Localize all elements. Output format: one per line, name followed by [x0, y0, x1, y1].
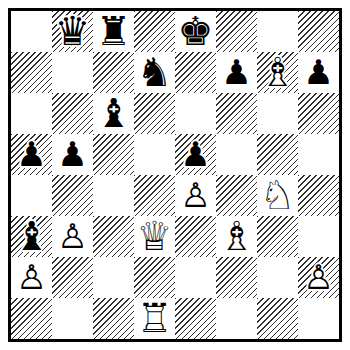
square-c2[interactable]: [93, 257, 134, 298]
square-b8[interactable]: ♛: [52, 11, 93, 52]
square-a3[interactable]: ♝: [11, 216, 52, 257]
white-piece-outline: ♖: [134, 298, 175, 339]
square-g4[interactable]: ♞♘: [257, 175, 298, 216]
square-f6[interactable]: [216, 93, 257, 134]
square-d1[interactable]: ♜♖: [134, 298, 175, 339]
square-h4[interactable]: [298, 175, 339, 216]
square-b7[interactable]: [52, 52, 93, 93]
chess-board: ♛♜♚♞♟♝♗♟♝♟♟♟♟♙♞♘♝♟♙♛♕♝♗♟♙♟♙♜♖: [11, 11, 339, 339]
square-h7[interactable]: ♟: [298, 52, 339, 93]
square-d8[interactable]: [134, 11, 175, 52]
black-pawn-h7[interactable]: ♟: [298, 52, 339, 93]
white-knight-g4[interactable]: ♞♘: [257, 175, 298, 216]
square-h3[interactable]: [298, 216, 339, 257]
square-c3[interactable]: [93, 216, 134, 257]
square-g6[interactable]: [257, 93, 298, 134]
square-c6[interactable]: ♝: [93, 93, 134, 134]
square-c1[interactable]: [93, 298, 134, 339]
square-h2[interactable]: ♟♙: [298, 257, 339, 298]
white-bishop-g7[interactable]: ♝♗: [257, 52, 298, 93]
square-b4[interactable]: [52, 175, 93, 216]
square-b5[interactable]: ♟: [52, 134, 93, 175]
white-piece-outline: ♗: [216, 216, 257, 257]
square-f7[interactable]: ♟: [216, 52, 257, 93]
square-b3[interactable]: ♟♙: [52, 216, 93, 257]
white-piece-outline: ♙: [175, 175, 216, 216]
square-b6[interactable]: [52, 93, 93, 134]
square-f1[interactable]: [216, 298, 257, 339]
black-king-e8[interactable]: ♚: [175, 11, 216, 52]
square-h8[interactable]: [298, 11, 339, 52]
square-d3[interactable]: ♛♕: [134, 216, 175, 257]
square-e3[interactable]: [175, 216, 216, 257]
chess-diagram-page: ♛♜♚♞♟♝♗♟♝♟♟♟♟♙♞♘♝♟♙♛♕♝♗♟♙♟♙♜♖: [0, 0, 350, 350]
black-rook-c8[interactable]: ♜: [93, 11, 134, 52]
white-rook-d1[interactable]: ♜♖: [134, 298, 175, 339]
square-e2[interactable]: [175, 257, 216, 298]
square-a6[interactable]: [11, 93, 52, 134]
square-f4[interactable]: [216, 175, 257, 216]
white-pawn-h2[interactable]: ♟♙: [298, 257, 339, 298]
black-queen-b8[interactable]: ♛: [52, 11, 93, 52]
square-d6[interactable]: [134, 93, 175, 134]
square-c8[interactable]: ♜: [93, 11, 134, 52]
square-g7[interactable]: ♝♗: [257, 52, 298, 93]
black-bishop-a3[interactable]: ♝: [11, 216, 52, 257]
square-a1[interactable]: [11, 298, 52, 339]
black-pawn-b5[interactable]: ♟: [52, 134, 93, 175]
square-a2[interactable]: ♟♙: [11, 257, 52, 298]
black-bishop-c6[interactable]: ♝: [93, 93, 134, 134]
square-f3[interactable]: ♝♗: [216, 216, 257, 257]
white-piece-outline: ♙: [52, 216, 93, 257]
square-f8[interactable]: [216, 11, 257, 52]
square-g1[interactable]: [257, 298, 298, 339]
square-h1[interactable]: [298, 298, 339, 339]
white-pawn-a2[interactable]: ♟♙: [11, 257, 52, 298]
black-pawn-e5[interactable]: ♟: [175, 134, 216, 175]
white-queen-d3[interactable]: ♛♕: [134, 216, 175, 257]
square-e7[interactable]: [175, 52, 216, 93]
square-d7[interactable]: ♞: [134, 52, 175, 93]
white-piece-outline: ♗: [257, 52, 298, 93]
square-a4[interactable]: [11, 175, 52, 216]
white-piece-outline: ♕: [134, 216, 175, 257]
square-f2[interactable]: [216, 257, 257, 298]
black-knight-d7[interactable]: ♞: [134, 52, 175, 93]
square-e8[interactable]: ♚: [175, 11, 216, 52]
square-c5[interactable]: [93, 134, 134, 175]
white-piece-outline: ♘: [257, 175, 298, 216]
square-d4[interactable]: [134, 175, 175, 216]
square-h5[interactable]: [298, 134, 339, 175]
square-c4[interactable]: [93, 175, 134, 216]
white-pawn-b3[interactable]: ♟♙: [52, 216, 93, 257]
black-pawn-a5[interactable]: ♟: [11, 134, 52, 175]
square-g8[interactable]: [257, 11, 298, 52]
square-a8[interactable]: [11, 11, 52, 52]
square-e6[interactable]: [175, 93, 216, 134]
square-a5[interactable]: ♟: [11, 134, 52, 175]
square-g2[interactable]: [257, 257, 298, 298]
square-b2[interactable]: [52, 257, 93, 298]
black-pawn-f7[interactable]: ♟: [216, 52, 257, 93]
square-a7[interactable]: [11, 52, 52, 93]
white-pawn-e4[interactable]: ♟♙: [175, 175, 216, 216]
board-frame: ♛♜♚♞♟♝♗♟♝♟♟♟♟♙♞♘♝♟♙♛♕♝♗♟♙♟♙♜♖: [8, 8, 342, 342]
square-g3[interactable]: [257, 216, 298, 257]
square-e4[interactable]: ♟♙: [175, 175, 216, 216]
square-e5[interactable]: ♟: [175, 134, 216, 175]
white-piece-outline: ♙: [11, 257, 52, 298]
square-h6[interactable]: [298, 93, 339, 134]
square-c7[interactable]: [93, 52, 134, 93]
square-d5[interactable]: [134, 134, 175, 175]
square-d2[interactable]: [134, 257, 175, 298]
square-b1[interactable]: [52, 298, 93, 339]
square-f5[interactable]: [216, 134, 257, 175]
square-e1[interactable]: [175, 298, 216, 339]
square-g5[interactable]: [257, 134, 298, 175]
white-bishop-f3[interactable]: ♝♗: [216, 216, 257, 257]
white-piece-outline: ♙: [298, 257, 339, 298]
